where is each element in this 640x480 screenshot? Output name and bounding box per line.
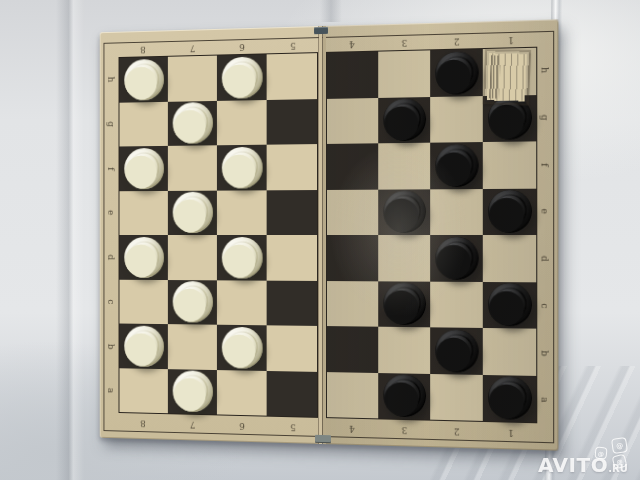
black-checker[interactable]: ● [383, 191, 426, 234]
rank-label-2: 2 [430, 425, 483, 438]
square-h7 [168, 56, 217, 102]
square-a5 [267, 370, 317, 416]
rank-label-5: 5 [267, 39, 318, 51]
avito-watermark: AVITO.RU @ @ @ [538, 438, 638, 480]
white-checker[interactable]: ● [172, 192, 212, 233]
file-label-g: g [90, 118, 133, 129]
hinge-top-icon [314, 27, 328, 34]
square-d5 [267, 235, 317, 280]
checker-glyph: ● [221, 147, 257, 189]
black-checker[interactable]: ● [435, 237, 478, 280]
square-f4 [327, 143, 378, 189]
board-left-half: 8765 8765 hgfedcba ●●●●●●●●●●●● [100, 26, 322, 444]
checker-glyph: ● [383, 98, 421, 141]
rank-label-4: 4 [326, 38, 378, 50]
rank-label-4: 4 [326, 422, 378, 434]
square-h3 [378, 50, 430, 97]
fold-seam [318, 26, 326, 444]
square-a4 [327, 372, 378, 419]
black-checker[interactable]: ● [383, 98, 426, 141]
file-label-h: h [90, 74, 133, 86]
rank-label-3: 3 [378, 423, 430, 435]
fabric-crease-top [320, 0, 342, 22]
square-b7 [168, 324, 217, 369]
square-c7: ● [168, 280, 217, 325]
checker-glyph: ● [221, 56, 257, 98]
file-label-c: c [521, 300, 569, 312]
checker-glyph: ● [383, 374, 421, 417]
square-a6 [217, 370, 267, 416]
square-g4 [327, 97, 378, 143]
factory-stamp [484, 50, 530, 104]
rank-label-8: 8 [119, 43, 168, 55]
game-board: 8765 8765 hgfedcba ●●●●●●●●●●●● 4321 432… [100, 19, 559, 450]
rank-label-1: 1 [483, 33, 537, 46]
square-h6: ● [217, 54, 267, 100]
square-b5 [267, 325, 317, 371]
square-e6 [217, 190, 267, 235]
rank-label-1: 1 [483, 426, 537, 439]
file-label-f: f [521, 158, 569, 170]
checker-glyph: ● [383, 283, 421, 326]
photo-tabletop: { "game": { "name": "checkers", "variant… [0, 0, 640, 480]
rank-label-8: 8 [119, 417, 168, 429]
rank-label-7: 7 [167, 418, 217, 430]
square-f5 [267, 144, 317, 190]
white-checker[interactable]: ● [221, 56, 262, 98]
square-a3: ● [378, 373, 430, 420]
checker-glyph: ● [383, 191, 421, 234]
rank-label-6: 6 [217, 419, 267, 431]
rank-label-5: 5 [267, 421, 318, 433]
avito-logo-icon: @ [594, 446, 607, 459]
square-g7: ● [168, 100, 217, 145]
rank-label-2: 2 [430, 35, 483, 48]
checker-glyph: ● [435, 237, 474, 280]
checker-glyph: ● [221, 237, 257, 279]
file-label-b: b [90, 340, 133, 351]
square-c5 [267, 280, 317, 326]
square-a7: ● [168, 369, 217, 415]
square-c6 [217, 280, 267, 325]
black-checker[interactable]: ● [383, 283, 426, 326]
square-d7 [168, 235, 217, 280]
checker-glyph: ● [172, 102, 208, 144]
square-c4 [327, 281, 378, 327]
checker-glyph: ● [172, 370, 208, 412]
square-f7 [168, 145, 217, 190]
fabric-crease [56, 0, 84, 480]
square-f6: ● [217, 145, 267, 190]
file-label-c: c [90, 296, 133, 307]
square-f2: ● [430, 142, 483, 189]
square-b3 [378, 327, 430, 374]
file-label-g: g [521, 111, 569, 123]
checker-glyph: ● [172, 281, 208, 323]
square-c3: ● [378, 281, 430, 327]
file-label-e: e [521, 206, 569, 217]
file-label-e: e [90, 207, 133, 218]
black-checker[interactable]: ● [435, 329, 478, 372]
rank-label-7: 7 [167, 42, 217, 54]
file-label-b: b [521, 347, 569, 359]
checker-glyph: ● [435, 144, 474, 187]
square-c2 [430, 281, 483, 328]
square-b6: ● [217, 325, 267, 371]
rank-labels-bottom-left: 8765 [119, 417, 318, 433]
white-checker[interactable]: ● [221, 326, 262, 368]
file-labels-left-edge: hgfedcba [106, 57, 116, 413]
square-e3: ● [378, 189, 430, 235]
white-checker[interactable]: ● [172, 281, 212, 323]
square-e5 [267, 190, 317, 235]
file-label-a: a [90, 385, 133, 397]
square-h4 [327, 52, 378, 99]
hinge-bottom-icon [315, 435, 331, 443]
rank-labels-bottom-right: 4321 [326, 422, 537, 439]
square-e4 [327, 189, 378, 235]
checker-glyph: ● [435, 329, 474, 372]
square-g3: ● [378, 97, 430, 144]
rank-label-3: 3 [378, 36, 430, 48]
file-label-d: d [521, 253, 569, 264]
square-b2: ● [430, 327, 483, 374]
black-checker[interactable]: ● [435, 51, 478, 95]
file-labels-right-edge: hgfedcba [539, 46, 551, 423]
white-checker[interactable]: ● [172, 102, 212, 144]
square-f3 [378, 143, 430, 189]
square-h2: ● [430, 49, 483, 96]
avito-logo-icon: @ [611, 437, 628, 454]
square-b4 [327, 326, 378, 372]
black-checker[interactable]: ● [383, 374, 426, 417]
square-d3 [378, 235, 430, 281]
square-g6 [217, 100, 267, 146]
rank-label-6: 6 [217, 40, 267, 52]
file-label-a: a [521, 394, 569, 406]
square-h5 [267, 53, 317, 99]
square-g5 [267, 99, 317, 145]
square-e7: ● [168, 190, 217, 235]
white-checker[interactable]: ● [221, 237, 262, 279]
square-e2 [430, 189, 483, 235]
square-d6: ● [217, 235, 267, 280]
checker-glyph: ● [221, 326, 257, 368]
file-label-d: d [90, 252, 133, 263]
file-label-f: f [90, 163, 133, 174]
square-g2 [430, 96, 483, 143]
white-checker[interactable]: ● [221, 146, 262, 188]
square-d4 [327, 235, 378, 281]
square-a2 [430, 373, 483, 420]
checker-glyph: ● [435, 51, 474, 95]
square-d2: ● [430, 235, 483, 281]
black-checker[interactable]: ● [435, 144, 478, 187]
board-right-half: 4321 4321 hgfedcba ●●●●●●●●●●●● [322, 19, 558, 450]
white-checker[interactable]: ● [172, 370, 212, 412]
play-field-left: ●●●●●●●●●●●● [119, 52, 318, 418]
checker-glyph: ● [172, 192, 208, 233]
